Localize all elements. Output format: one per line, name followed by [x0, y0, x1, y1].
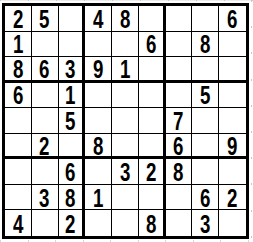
- cell-r5c6[interactable]: [139, 108, 166, 134]
- cell-r2c9[interactable]: [219, 32, 246, 58]
- cell-r8c6[interactable]: [139, 185, 166, 211]
- given-digit: 2: [227, 185, 237, 211]
- cell-r9c7[interactable]: [166, 210, 193, 236]
- cell-r4c6[interactable]: [139, 83, 166, 109]
- cell-r8c7[interactable]: [166, 185, 193, 211]
- cell-r6c9[interactable]: 9: [219, 134, 246, 160]
- sudoku-grid: 25486168863916155728696328381624283: [2, 3, 249, 239]
- given-digit: 1: [65, 83, 75, 109]
- given-digit: 3: [120, 159, 130, 185]
- cell-r6c8[interactable]: [192, 134, 219, 160]
- cell-r9c1[interactable]: 4: [5, 210, 32, 236]
- cell-r8c3[interactable]: 8: [59, 185, 86, 211]
- cell-r2c6[interactable]: 6: [139, 32, 166, 58]
- cell-r6c7[interactable]: 6: [166, 134, 193, 160]
- cell-r2c3[interactable]: [59, 32, 86, 58]
- given-digit: 5: [200, 83, 210, 109]
- given-digit: 1: [120, 57, 130, 82]
- cell-r4c2[interactable]: [32, 83, 59, 109]
- cell-r2c7[interactable]: [166, 32, 193, 58]
- cell-r7c7[interactable]: 8: [166, 159, 193, 185]
- cell-r7c8[interactable]: [192, 159, 219, 185]
- cell-r8c8[interactable]: 6: [192, 185, 219, 211]
- given-digit: 6: [227, 6, 237, 32]
- cell-r6c4[interactable]: 8: [85, 134, 112, 160]
- cell-r6c3[interactable]: [59, 134, 86, 160]
- cell-r9c5[interactable]: [112, 210, 139, 236]
- cell-r4c7[interactable]: [166, 83, 193, 109]
- sudoku-screenshot: 25486168863916155728696328381624283: [0, 0, 253, 242]
- spreadsheet-gridline-right: [251, 0, 252, 242]
- given-digit: 2: [39, 134, 49, 159]
- given-digit: 6: [200, 185, 210, 211]
- cell-r1c5[interactable]: 8: [112, 6, 139, 32]
- cell-r7c4[interactable]: [85, 159, 112, 185]
- cell-r2c8[interactable]: 8: [192, 32, 219, 58]
- cell-r9c3[interactable]: 2: [59, 210, 86, 236]
- cell-r5c3[interactable]: 5: [59, 108, 86, 134]
- given-digit: 8: [13, 57, 23, 82]
- cell-r4c3[interactable]: 1: [59, 83, 86, 109]
- given-digit: 6: [146, 32, 156, 58]
- cell-r5c5[interactable]: [112, 108, 139, 134]
- cell-r7c3[interactable]: 6: [59, 159, 86, 185]
- cell-r3c4[interactable]: 9: [85, 57, 112, 83]
- cell-r1c1[interactable]: 2: [5, 6, 32, 32]
- cell-r3c2[interactable]: 6: [32, 57, 59, 83]
- given-digit: 3: [65, 57, 75, 82]
- given-digit: 9: [227, 134, 237, 159]
- cell-r8c5[interactable]: [112, 185, 139, 211]
- given-digit: 8: [200, 32, 210, 58]
- cell-r3c6[interactable]: [139, 57, 166, 83]
- cell-r9c2[interactable]: [32, 210, 59, 236]
- cell-r1c9[interactable]: 6: [219, 6, 246, 32]
- cell-r5c9[interactable]: [219, 108, 246, 134]
- given-digit: 6: [39, 57, 49, 82]
- cell-r6c2[interactable]: 2: [32, 134, 59, 160]
- cell-r8c4[interactable]: 1: [85, 185, 112, 211]
- cell-r3c5[interactable]: 1: [112, 57, 139, 83]
- given-digit: 4: [93, 6, 103, 32]
- cell-r2c4[interactable]: [85, 32, 112, 58]
- cell-r4c1[interactable]: 6: [5, 83, 32, 109]
- given-digit: 1: [93, 185, 103, 211]
- given-digit: 3: [200, 210, 210, 236]
- given-digit: 6: [13, 83, 23, 109]
- given-digit: 9: [93, 57, 103, 82]
- cell-r3c8[interactable]: [192, 57, 219, 83]
- cell-r4c5[interactable]: [112, 83, 139, 109]
- given-digit: 8: [93, 134, 103, 159]
- cell-r1c2[interactable]: 5: [32, 6, 59, 32]
- cell-r2c2[interactable]: [32, 32, 59, 58]
- given-digit: 8: [120, 6, 130, 32]
- given-digit: 2: [13, 6, 23, 32]
- given-digit: 4: [13, 210, 23, 236]
- given-digit: 8: [173, 159, 183, 185]
- cell-r5c1[interactable]: [5, 108, 32, 134]
- cell-r4c8[interactable]: 5: [192, 83, 219, 109]
- cell-r7c5[interactable]: 3: [112, 159, 139, 185]
- cell-r6c6[interactable]: [139, 134, 166, 160]
- cell-r2c5[interactable]: [112, 32, 139, 58]
- given-digit: 5: [65, 108, 75, 134]
- cell-r7c9[interactable]: [219, 159, 246, 185]
- given-digit: 7: [173, 108, 183, 134]
- given-digit: 2: [65, 210, 75, 236]
- cell-r3c9[interactable]: [219, 57, 246, 83]
- given-digit: 1: [13, 32, 23, 58]
- cell-r4c9[interactable]: [219, 83, 246, 109]
- cell-r5c8[interactable]: [192, 108, 219, 134]
- given-digit: 5: [39, 6, 49, 32]
- cell-r9c6[interactable]: 8: [139, 210, 166, 236]
- cell-r1c6[interactable]: [139, 6, 166, 32]
- cell-r7c6[interactable]: 2: [139, 159, 166, 185]
- cell-r5c4[interactable]: [85, 108, 112, 134]
- spreadsheet-gridline-top: [0, 0, 253, 1]
- given-digit: 6: [65, 159, 75, 185]
- cell-r6c1[interactable]: [5, 134, 32, 160]
- cell-r3c3[interactable]: 3: [59, 57, 86, 83]
- given-digit: 6: [173, 134, 183, 159]
- cell-r1c3[interactable]: [59, 6, 86, 32]
- cell-r7c1[interactable]: [5, 159, 32, 185]
- cell-r9c9[interactable]: [219, 210, 246, 236]
- cell-r5c7[interactable]: 7: [166, 108, 193, 134]
- given-digit: 2: [146, 159, 156, 185]
- cell-r1c7[interactable]: [166, 6, 193, 32]
- given-digit: 8: [146, 210, 156, 236]
- cell-r7c2[interactable]: [32, 159, 59, 185]
- cell-r4c4[interactable]: [85, 83, 112, 109]
- cell-r3c1[interactable]: 8: [5, 57, 32, 83]
- cell-r2c1[interactable]: 1: [5, 32, 32, 58]
- cell-r9c4[interactable]: [85, 210, 112, 236]
- cell-r8c2[interactable]: 3: [32, 185, 59, 211]
- cell-r8c9[interactable]: 2: [219, 185, 246, 211]
- cell-r6c5[interactable]: [112, 134, 139, 160]
- cell-r1c8[interactable]: [192, 6, 219, 32]
- cell-r1c4[interactable]: 4: [85, 6, 112, 32]
- cell-r8c1[interactable]: [5, 185, 32, 211]
- cell-r5c2[interactable]: [32, 108, 59, 134]
- cell-r9c8[interactable]: 3: [192, 210, 219, 236]
- given-digit: 3: [39, 185, 49, 211]
- cell-r3c7[interactable]: [166, 57, 193, 83]
- given-digit: 8: [65, 185, 75, 211]
